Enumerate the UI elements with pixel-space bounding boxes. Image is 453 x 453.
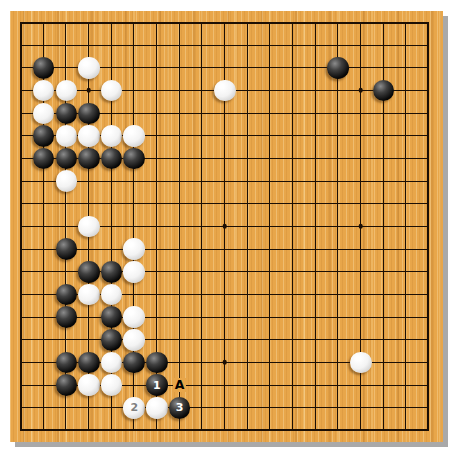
black-stone[interactable]: [373, 80, 395, 102]
white-stone[interactable]: [78, 374, 100, 396]
white-stone[interactable]: [78, 57, 100, 79]
white-stone[interactable]: [123, 329, 145, 351]
white-stone[interactable]: [123, 261, 145, 283]
white-stone[interactable]: [123, 238, 145, 260]
black-stone[interactable]: [78, 148, 100, 170]
white-stone[interactable]: [350, 352, 372, 374]
white-stone[interactable]: [78, 216, 100, 238]
black-stone[interactable]: [56, 374, 78, 396]
white-stone[interactable]: [56, 80, 78, 102]
black-stone[interactable]: [56, 238, 78, 260]
move-number-label: 1: [153, 380, 161, 391]
white-stone[interactable]: [101, 352, 123, 374]
move-2-white-stone[interactable]: 2: [123, 397, 145, 419]
white-stone[interactable]: [56, 125, 78, 147]
white-stone[interactable]: [78, 125, 100, 147]
white-stone[interactable]: [78, 284, 100, 306]
black-stone[interactable]: [327, 57, 349, 79]
black-stone[interactable]: [101, 306, 123, 328]
black-stone[interactable]: [56, 103, 78, 125]
white-stone[interactable]: [123, 125, 145, 147]
black-stone[interactable]: [123, 352, 145, 374]
white-stone[interactable]: [33, 103, 55, 125]
black-stone[interactable]: [33, 148, 55, 170]
board-point[interactable]: A: [173, 378, 187, 393]
move-1-black-stone[interactable]: 1: [146, 374, 168, 396]
black-stone[interactable]: [123, 148, 145, 170]
black-stone[interactable]: [78, 352, 100, 374]
black-stone[interactable]: [146, 352, 168, 374]
black-stone[interactable]: [33, 125, 55, 147]
white-stone[interactable]: [101, 125, 123, 147]
black-stone[interactable]: [101, 261, 123, 283]
white-stone[interactable]: [33, 80, 55, 102]
white-stone[interactable]: [101, 80, 123, 102]
black-stone[interactable]: [56, 148, 78, 170]
black-stone[interactable]: [56, 284, 78, 306]
black-stone[interactable]: [56, 306, 78, 328]
label-A: A: [173, 378, 187, 393]
white-stone[interactable]: [101, 284, 123, 306]
white-stone[interactable]: [214, 80, 236, 102]
black-stone[interactable]: [78, 261, 100, 283]
black-stone[interactable]: [33, 57, 55, 79]
white-stone[interactable]: [123, 306, 145, 328]
black-stone[interactable]: [78, 103, 100, 125]
diagram-background: 123A: [0, 0, 453, 453]
black-stone[interactable]: [101, 148, 123, 170]
black-stone[interactable]: [101, 329, 123, 351]
go-board[interactable]: 123A: [10, 11, 443, 442]
white-stone[interactable]: [146, 397, 168, 419]
stones-layer: 123A: [10, 11, 440, 441]
move-3-black-stone[interactable]: 3: [169, 397, 191, 419]
move-number-label: 3: [176, 402, 184, 413]
white-stone[interactable]: [56, 170, 78, 192]
white-stone[interactable]: [101, 374, 123, 396]
black-stone[interactable]: [56, 352, 78, 374]
move-number-label: 2: [130, 402, 138, 413]
